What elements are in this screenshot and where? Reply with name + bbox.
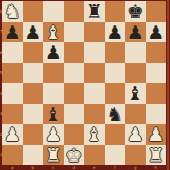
rank-label-4: 4 bbox=[0, 83, 3, 104]
square-e1[interactable] bbox=[84, 145, 105, 166]
square-e8[interactable]: ♜ bbox=[84, 1, 105, 22]
file-label-d: d bbox=[64, 165, 85, 170]
rank-label-1: 1 bbox=[0, 145, 3, 166]
piece-white-pawn: ♟ bbox=[4, 124, 21, 144]
square-g6[interactable] bbox=[125, 42, 146, 63]
file-label-c: c bbox=[43, 165, 64, 170]
piece-black-knight: ♞ bbox=[106, 104, 123, 124]
piece-black-pawn: ♟ bbox=[24, 22, 41, 42]
square-d2[interactable] bbox=[64, 124, 85, 145]
square-f4[interactable] bbox=[105, 83, 126, 104]
square-h3[interactable] bbox=[146, 104, 167, 125]
square-a7[interactable]: ♟ bbox=[2, 22, 23, 43]
square-a1[interactable] bbox=[2, 145, 23, 166]
square-h2[interactable]: ♟ bbox=[146, 124, 167, 145]
rank-label-8: 8 bbox=[0, 1, 3, 22]
square-h7[interactable]: ♟ bbox=[146, 22, 167, 43]
square-g4[interactable]: ♝ bbox=[125, 83, 146, 104]
square-c3[interactable]: ♝ bbox=[43, 104, 64, 125]
square-f2[interactable] bbox=[105, 124, 126, 145]
file-label-b: b bbox=[23, 165, 44, 170]
square-b8[interactable] bbox=[23, 1, 44, 22]
square-g8[interactable]: ♚ bbox=[125, 1, 146, 22]
square-h5[interactable] bbox=[146, 63, 167, 84]
square-f6[interactable] bbox=[105, 42, 126, 63]
square-g3[interactable] bbox=[125, 104, 146, 125]
piece-white-rook: ♜ bbox=[147, 145, 164, 165]
piece-black-pawn: ♟ bbox=[4, 22, 21, 42]
piece-white-rook: ♜ bbox=[45, 145, 62, 165]
piece-black-pawn: ♟ bbox=[45, 42, 62, 62]
square-a5[interactable] bbox=[2, 63, 23, 84]
piece-white-king: ♚ bbox=[65, 145, 82, 165]
square-b3[interactable] bbox=[23, 104, 44, 125]
rank-label-7: 7 bbox=[0, 22, 3, 43]
piece-black-bishop: ♝ bbox=[45, 104, 62, 124]
square-g2[interactable]: ♟ bbox=[125, 124, 146, 145]
square-e4[interactable] bbox=[84, 83, 105, 104]
square-f1[interactable] bbox=[105, 145, 126, 166]
rank-labels: 87654321 bbox=[0, 1, 3, 165]
square-c7[interactable]: ♝ bbox=[43, 22, 64, 43]
square-g7[interactable]: ♟ bbox=[125, 22, 146, 43]
rank-label-6: 6 bbox=[0, 42, 3, 63]
piece-black-pawn: ♟ bbox=[127, 22, 144, 42]
square-c8[interactable] bbox=[43, 1, 64, 22]
square-e6[interactable] bbox=[84, 42, 105, 63]
square-d7[interactable] bbox=[64, 22, 85, 43]
piece-white-bishop: ♝ bbox=[45, 22, 62, 42]
piece-black-bishop: ♝ bbox=[127, 83, 144, 103]
square-c6[interactable]: ♟ bbox=[43, 42, 64, 63]
piece-white-pawn: ♟ bbox=[147, 124, 164, 144]
square-d1[interactable]: ♚ bbox=[64, 145, 85, 166]
square-c1[interactable]: ♜ bbox=[43, 145, 64, 166]
piece-black-rook: ♜ bbox=[86, 1, 103, 21]
file-label-e: e bbox=[84, 165, 105, 170]
square-d4[interactable] bbox=[64, 83, 85, 104]
square-b4[interactable] bbox=[23, 83, 44, 104]
square-e3[interactable] bbox=[84, 104, 105, 125]
square-b2[interactable] bbox=[23, 124, 44, 145]
square-g5[interactable] bbox=[125, 63, 146, 84]
piece-black-king: ♚ bbox=[127, 1, 144, 21]
square-h4[interactable] bbox=[146, 83, 167, 104]
square-h6[interactable] bbox=[146, 42, 167, 63]
square-d8[interactable] bbox=[64, 1, 85, 22]
file-label-g: g bbox=[125, 165, 146, 170]
rank-label-5: 5 bbox=[0, 63, 3, 84]
file-label-f: f bbox=[105, 165, 126, 170]
chess-board: ♞♜♚♟♟♝♟♟♟♟♝♝♞♟♟♝♟♟♜♚♜ bbox=[2, 1, 166, 165]
square-f3[interactable]: ♞ bbox=[105, 104, 126, 125]
square-a8[interactable]: ♞ bbox=[2, 1, 23, 22]
square-g1[interactable] bbox=[125, 145, 146, 166]
square-e7[interactable] bbox=[84, 22, 105, 43]
rank-label-2: 2 bbox=[0, 124, 3, 145]
square-f8[interactable] bbox=[105, 1, 126, 22]
square-b7[interactable]: ♟ bbox=[23, 22, 44, 43]
file-label-a: a bbox=[2, 165, 23, 170]
chess-board-window: ♞♜♚♟♟♝♟♟♟♟♝♝♞♟♟♝♟♟♜♚♜ 87654321 abcdefgh bbox=[0, 0, 170, 170]
square-a6[interactable] bbox=[2, 42, 23, 63]
piece-black-pawn: ♟ bbox=[106, 22, 123, 42]
square-b6[interactable] bbox=[23, 42, 44, 63]
square-h8[interactable] bbox=[146, 1, 167, 22]
square-b5[interactable] bbox=[23, 63, 44, 84]
file-label-h: h bbox=[146, 165, 167, 170]
piece-white-pawn: ♟ bbox=[45, 124, 62, 144]
piece-black-pawn: ♟ bbox=[147, 22, 164, 42]
square-e5[interactable] bbox=[84, 63, 105, 84]
file-labels: abcdefgh bbox=[2, 165, 166, 170]
square-d6[interactable] bbox=[64, 42, 85, 63]
rank-label-3: 3 bbox=[0, 104, 3, 125]
square-d3[interactable] bbox=[64, 104, 85, 125]
piece-white-knight: ♞ bbox=[4, 1, 21, 21]
board-border-highlight bbox=[167, 0, 169, 170]
square-c5[interactable] bbox=[43, 63, 64, 84]
square-c2[interactable]: ♟ bbox=[43, 124, 64, 145]
square-b1[interactable] bbox=[23, 145, 44, 166]
square-a4[interactable] bbox=[2, 83, 23, 104]
square-f5[interactable] bbox=[105, 63, 126, 84]
square-c4[interactable] bbox=[43, 83, 64, 104]
square-f7[interactable]: ♟ bbox=[105, 22, 126, 43]
piece-white-bishop: ♝ bbox=[86, 124, 103, 144]
square-a2[interactable]: ♟ bbox=[2, 124, 23, 145]
piece-white-pawn: ♟ bbox=[127, 124, 144, 144]
square-e2[interactable]: ♝ bbox=[84, 124, 105, 145]
square-h1[interactable]: ♜ bbox=[146, 145, 167, 166]
square-a3[interactable] bbox=[2, 104, 23, 125]
square-d5[interactable] bbox=[64, 63, 85, 84]
